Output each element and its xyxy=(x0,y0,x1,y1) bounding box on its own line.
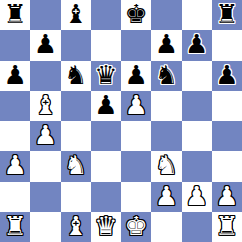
square-f4[interactable] xyxy=(151,121,181,151)
square-d2[interactable] xyxy=(91,182,121,212)
square-a4[interactable] xyxy=(0,121,30,151)
piece-white-bishop[interactable]: ♝ xyxy=(34,92,57,118)
piece-white-queen[interactable]: ♛ xyxy=(94,213,117,239)
square-b7[interactable]: ♟ xyxy=(30,30,60,60)
square-h2[interactable]: ♟ xyxy=(212,182,242,212)
square-a8[interactable]: ♜ xyxy=(0,0,30,30)
piece-white-knight[interactable]: ♞ xyxy=(64,152,87,178)
square-h6[interactable]: ♟ xyxy=(212,61,242,91)
square-h7[interactable] xyxy=(212,30,242,60)
piece-white-rook[interactable]: ♜ xyxy=(3,213,26,239)
piece-black-king[interactable]: ♚ xyxy=(124,1,147,27)
piece-white-pawn[interactable]: ♟ xyxy=(34,122,57,148)
square-c6[interactable]: ♞ xyxy=(61,61,91,91)
square-f3[interactable]: ♞ xyxy=(151,151,181,181)
piece-white-pawn[interactable]: ♟ xyxy=(215,183,238,209)
square-e4[interactable] xyxy=(121,121,151,151)
square-d7[interactable] xyxy=(91,30,121,60)
square-b5[interactable]: ♝ xyxy=(30,91,60,121)
piece-black-pawn[interactable]: ♟ xyxy=(215,62,238,88)
square-b3[interactable] xyxy=(30,151,60,181)
square-f6[interactable]: ♞ xyxy=(151,61,181,91)
square-h8[interactable]: ♜ xyxy=(212,0,242,30)
square-c5[interactable] xyxy=(61,91,91,121)
square-h5[interactable] xyxy=(212,91,242,121)
square-e1[interactable]: ♚ xyxy=(121,212,151,242)
piece-white-knight[interactable]: ♞ xyxy=(155,152,178,178)
square-b2[interactable] xyxy=(30,182,60,212)
square-h3[interactable] xyxy=(212,151,242,181)
square-f8[interactable] xyxy=(151,0,181,30)
square-c2[interactable] xyxy=(61,182,91,212)
piece-white-pawn[interactable]: ♟ xyxy=(124,92,147,118)
square-a2[interactable] xyxy=(0,182,30,212)
piece-white-pawn[interactable]: ♟ xyxy=(3,152,26,178)
square-c1[interactable]: ♝ xyxy=(61,212,91,242)
piece-black-rook[interactable]: ♜ xyxy=(3,1,26,27)
square-g5[interactable] xyxy=(182,91,212,121)
square-g4[interactable] xyxy=(182,121,212,151)
square-h1[interactable]: ♜ xyxy=(212,212,242,242)
square-b8[interactable] xyxy=(30,0,60,30)
square-d6[interactable]: ♛ xyxy=(91,61,121,91)
square-f2[interactable]: ♟ xyxy=(151,182,181,212)
square-d4[interactable] xyxy=(91,121,121,151)
square-c4[interactable] xyxy=(61,121,91,151)
piece-white-rook[interactable]: ♜ xyxy=(215,213,238,239)
square-e5[interactable]: ♟ xyxy=(121,91,151,121)
piece-white-bishop[interactable]: ♝ xyxy=(64,213,87,239)
piece-black-pawn[interactable]: ♟ xyxy=(34,31,57,57)
piece-black-rook[interactable]: ♜ xyxy=(215,1,238,27)
square-d5[interactable]: ♟ xyxy=(91,91,121,121)
square-d8[interactable] xyxy=(91,0,121,30)
square-c8[interactable]: ♝ xyxy=(61,0,91,30)
square-g3[interactable] xyxy=(182,151,212,181)
piece-white-pawn[interactable]: ♟ xyxy=(155,183,178,209)
square-e3[interactable] xyxy=(121,151,151,181)
square-g6[interactable] xyxy=(182,61,212,91)
square-f7[interactable]: ♟ xyxy=(151,30,181,60)
square-e7[interactable] xyxy=(121,30,151,60)
piece-black-pawn[interactable]: ♟ xyxy=(124,62,147,88)
square-c3[interactable]: ♞ xyxy=(61,151,91,181)
square-e8[interactable]: ♚ xyxy=(121,0,151,30)
piece-black-pawn[interactable]: ♟ xyxy=(94,92,117,118)
square-c7[interactable] xyxy=(61,30,91,60)
square-a3[interactable]: ♟ xyxy=(0,151,30,181)
piece-black-knight[interactable]: ♞ xyxy=(64,62,87,88)
square-h4[interactable] xyxy=(212,121,242,151)
square-a7[interactable] xyxy=(0,30,30,60)
square-a1[interactable]: ♜ xyxy=(0,212,30,242)
piece-white-pawn[interactable]: ♟ xyxy=(185,183,208,209)
piece-black-knight[interactable]: ♞ xyxy=(155,62,178,88)
chess-board: ♜♝♚♜♟♟♟♟♞♛♟♞♟♝♟♟♟♟♞♞♟♟♟♜♝♛♚♜ xyxy=(0,0,242,242)
square-d1[interactable]: ♛ xyxy=(91,212,121,242)
piece-white-king[interactable]: ♚ xyxy=(124,213,147,239)
square-g2[interactable]: ♟ xyxy=(182,182,212,212)
square-d3[interactable] xyxy=(91,151,121,181)
piece-black-pawn[interactable]: ♟ xyxy=(155,31,178,57)
square-g7[interactable]: ♟ xyxy=(182,30,212,60)
square-a5[interactable] xyxy=(0,91,30,121)
square-a6[interactable]: ♟ xyxy=(0,61,30,91)
square-e6[interactable]: ♟ xyxy=(121,61,151,91)
piece-black-bishop[interactable]: ♝ xyxy=(64,1,87,27)
square-f5[interactable] xyxy=(151,91,181,121)
square-b6[interactable] xyxy=(30,61,60,91)
square-b1[interactable] xyxy=(30,212,60,242)
piece-black-pawn[interactable]: ♟ xyxy=(3,62,26,88)
square-g8[interactable] xyxy=(182,0,212,30)
piece-black-pawn[interactable]: ♟ xyxy=(185,31,208,57)
square-g1[interactable] xyxy=(182,212,212,242)
square-b4[interactable]: ♟ xyxy=(30,121,60,151)
piece-black-queen[interactable]: ♛ xyxy=(94,62,117,88)
square-e2[interactable] xyxy=(121,182,151,212)
square-f1[interactable] xyxy=(151,212,181,242)
